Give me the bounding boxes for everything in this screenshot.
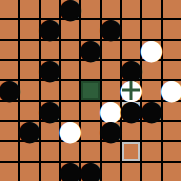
cell-r8c3[interactable]: ●: [61, 163, 79, 181]
cell-r4c4[interactable]: [81, 81, 99, 99]
cell-r5c8[interactable]: [163, 102, 181, 120]
black-stone: ●: [38, 56, 62, 84]
cell-r7c6[interactable]: [122, 142, 140, 160]
cell-r7c5[interactable]: [102, 142, 120, 160]
cell-r4c8[interactable]: ●: [163, 81, 181, 99]
cell-r3c6[interactable]: ●: [122, 61, 140, 79]
cell-r5c2[interactable]: ●: [41, 102, 59, 120]
white-stone: ●: [58, 117, 82, 145]
cell-r1c4[interactable]: [81, 20, 99, 38]
cell-r4c6[interactable]: ●: [122, 81, 140, 99]
cell-r8c1[interactable]: [20, 163, 38, 181]
black-stone: ●: [38, 97, 62, 125]
cell-r4c0[interactable]: ●: [0, 81, 18, 99]
white-stone: ●: [119, 76, 143, 104]
cell-r1c0[interactable]: [0, 20, 18, 38]
cell-r2c2[interactable]: [41, 41, 59, 59]
cell-r6c0[interactable]: [0, 122, 18, 140]
cell-r6c1[interactable]: ●: [20, 122, 38, 140]
cell-r2c6[interactable]: [122, 41, 140, 59]
cell-r5c5[interactable]: ●: [102, 102, 120, 120]
cell-r3c2[interactable]: ●: [41, 61, 59, 79]
cell-r7c2[interactable]: [41, 142, 59, 160]
cell-r5c6[interactable]: ●: [122, 102, 140, 120]
cell-r8c5[interactable]: [102, 163, 120, 181]
black-stone: ●: [119, 56, 143, 84]
cell-r7c4[interactable]: [81, 142, 99, 160]
cell-r3c5[interactable]: [102, 61, 120, 79]
cell-r0c3[interactable]: ●: [61, 0, 79, 18]
cell-r6c2[interactable]: [41, 122, 59, 140]
cell-r1c8[interactable]: [163, 20, 181, 38]
cell-r8c7[interactable]: [142, 163, 160, 181]
cell-r1c6[interactable]: [122, 20, 140, 38]
cell-r5c0[interactable]: [0, 102, 18, 120]
game-screen: ●●●●●●●●●●●●●●●●●●●: [0, 0, 181, 181]
cell-r4c2[interactable]: [41, 81, 59, 99]
cell-r8c2[interactable]: [41, 163, 59, 181]
cell-r7c7[interactable]: [142, 142, 160, 160]
cell-r6c4[interactable]: [81, 122, 99, 140]
cell-r7c3[interactable]: [61, 142, 79, 160]
cell-r6c5[interactable]: ●: [102, 122, 120, 140]
cell-r8c4[interactable]: ●: [81, 163, 99, 181]
black-stone: ●: [78, 158, 102, 181]
cell-r2c1[interactable]: [20, 41, 38, 59]
cell-r1c5[interactable]: ●: [102, 20, 120, 38]
cell-r5c1[interactable]: [20, 102, 38, 120]
black-stone: ●: [58, 158, 82, 181]
cell-r6c8[interactable]: [163, 122, 181, 140]
white-stone: ●: [139, 36, 163, 64]
cell-r2c3[interactable]: [61, 41, 79, 59]
cell-r0c6[interactable]: [122, 0, 140, 18]
cell-r2c0[interactable]: [0, 41, 18, 59]
black-stone: ●: [38, 15, 62, 43]
cell-r4c1[interactable]: [20, 81, 38, 99]
cell-r0c4[interactable]: [81, 0, 99, 18]
crosshair-icon: [122, 89, 140, 92]
cell-r2c5[interactable]: [102, 41, 120, 59]
cell-r3c3[interactable]: [61, 61, 79, 79]
black-stone: ●: [99, 15, 123, 43]
highlight-box: [122, 142, 140, 160]
black-stone: ●: [17, 117, 41, 145]
white-stone: ●: [99, 97, 123, 125]
cell-r3c0[interactable]: [0, 61, 18, 79]
cell-r0c8[interactable]: [163, 0, 181, 18]
cell-r3c8[interactable]: [163, 61, 181, 79]
cell-r0c5[interactable]: [102, 0, 120, 18]
cell-r4c5[interactable]: [102, 81, 120, 99]
cell-r8c6[interactable]: [122, 163, 140, 181]
cell-r0c1[interactable]: [20, 0, 38, 18]
cell-r4c7[interactable]: [142, 81, 160, 99]
white-stone: ●: [160, 76, 184, 104]
cell-r3c1[interactable]: [20, 61, 38, 79]
cell-r2c8[interactable]: [163, 41, 181, 59]
cell-r2c4[interactable]: ●: [81, 41, 99, 59]
highlight-box: [122, 102, 140, 120]
cell-r3c4[interactable]: [81, 61, 99, 79]
cell-r8c8[interactable]: [163, 163, 181, 181]
game-board: ●●●●●●●●●●●●●●●●●●●: [0, 0, 181, 181]
black-stone: ●: [139, 97, 163, 125]
cell-r4c3[interactable]: [61, 81, 79, 99]
cell-r0c7[interactable]: [142, 0, 160, 18]
black-stone: ●: [99, 117, 123, 145]
cell-r2c7[interactable]: ●: [142, 41, 160, 59]
cell-r8c0[interactable]: [0, 163, 18, 181]
cell-r1c7[interactable]: [142, 20, 160, 38]
center-square-marker: [81, 81, 99, 99]
cell-r7c0[interactable]: [0, 142, 18, 160]
cell-r1c1[interactable]: [20, 20, 38, 38]
cell-r5c3[interactable]: [61, 102, 79, 120]
cell-r5c7[interactable]: ●: [142, 102, 160, 120]
cell-r1c3[interactable]: [61, 20, 79, 38]
crosshair-icon: [130, 81, 133, 99]
cell-r7c8[interactable]: [163, 142, 181, 160]
cell-r3c7[interactable]: [142, 61, 160, 79]
cell-r6c3[interactable]: ●: [61, 122, 79, 140]
cell-r0c0[interactable]: [0, 0, 18, 18]
cell-r5c4[interactable]: [81, 102, 99, 120]
black-stone: ●: [0, 76, 21, 104]
cell-r6c6[interactable]: [122, 122, 140, 140]
cell-r0c2[interactable]: [41, 0, 59, 18]
cell-r1c2[interactable]: ●: [41, 20, 59, 38]
cell-r7c1[interactable]: [20, 142, 38, 160]
black-stone: ●: [78, 36, 102, 64]
cell-r6c7[interactable]: [142, 122, 160, 140]
